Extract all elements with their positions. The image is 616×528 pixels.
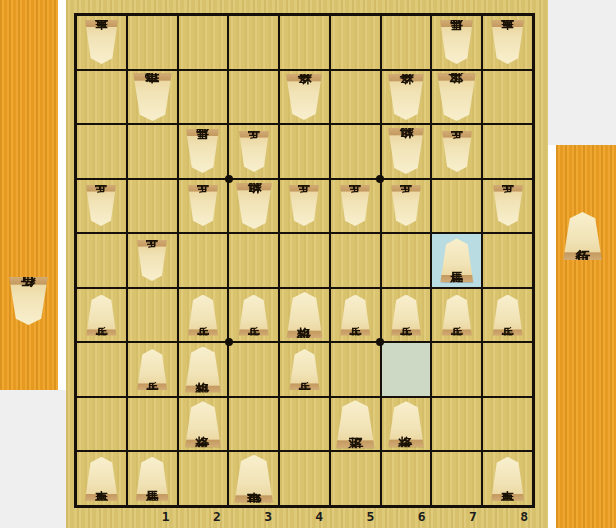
square-4五[interactable] [229, 234, 278, 287]
square-4八[interactable] [229, 71, 278, 124]
square-3七[interactable]: 桂馬 [179, 125, 228, 178]
piece-kanji: 桂馬 [450, 258, 463, 262]
piece-gote-kinsho[interactable]: 金将 [387, 401, 425, 447]
square-3三[interactable]: 銀将 [179, 343, 228, 396]
piece-sente-fuhyo[interactable]: 歩兵 [390, 185, 422, 226]
square-6三[interactable] [331, 343, 380, 396]
square-1五[interactable] [77, 234, 126, 287]
piece-sente-hisha[interactable]: 飛車 [132, 73, 173, 121]
square-7八[interactable]: 金将 [382, 71, 431, 124]
piece-kanji: 歩兵 [197, 204, 209, 208]
piece-kanji: 歩兵 [95, 313, 107, 317]
square-5六[interactable]: 歩兵 [280, 180, 329, 233]
square-4二[interactable] [229, 398, 278, 451]
piece-kanji: 歩兵 [349, 204, 361, 208]
square-3四[interactable]: 歩兵 [179, 289, 228, 342]
file-label: 1 [140, 506, 191, 526]
square-8五[interactable]: 桂馬 [432, 234, 481, 287]
square-6七[interactable] [331, 125, 380, 178]
piece-gote-fuhyo[interactable]: 歩兵 [187, 295, 219, 336]
piece-kanji: 角行 [21, 299, 36, 303]
square-7三[interactable] [382, 343, 431, 396]
piece-kanji: 歩兵 [502, 313, 514, 317]
square-8二[interactable] [432, 398, 481, 451]
file-label: 2 [191, 506, 242, 526]
piece-kanji: 金将 [196, 422, 210, 426]
square-9四[interactable]: 歩兵 [483, 289, 532, 342]
piece-kanji: 飛車 [145, 95, 160, 99]
piece-kanji: 歩兵 [400, 313, 412, 317]
piece-kanji: 歩兵 [248, 149, 260, 153]
piece-sente-kinsho[interactable]: 金将 [387, 74, 425, 120]
square-4七[interactable]: 歩兵 [229, 125, 278, 178]
piece-kanji: 歩兵 [146, 258, 158, 262]
piece-kanji: 銀将 [399, 149, 413, 153]
square-9五[interactable] [483, 234, 532, 287]
piece-kanji: 桂馬 [450, 40, 463, 44]
piece-kanji: 銀将 [297, 313, 311, 317]
piece-sente-fuhyo[interactable]: 歩兵 [339, 185, 371, 226]
piece-kanji: 歩兵 [451, 313, 463, 317]
piece-gote-fuhyo[interactable]: 歩兵 [441, 295, 473, 336]
square-1二[interactable] [77, 398, 126, 451]
square-1九[interactable]: 香車 [77, 16, 126, 69]
square-5五[interactable] [280, 234, 329, 287]
piece-kanji: 王将 [348, 422, 363, 426]
piece-gote-fuhyo[interactable]: 歩兵 [238, 295, 270, 336]
square-2九[interactable] [128, 16, 177, 69]
piece-kanji: 銀将 [196, 368, 210, 372]
file-labels: 123456789 [140, 506, 601, 526]
square-2一[interactable]: 桂馬 [128, 452, 177, 505]
square-2五[interactable]: 歩兵 [128, 234, 177, 287]
piece-kanji: 香車 [95, 477, 108, 481]
square-6四[interactable]: 歩兵 [331, 289, 380, 342]
piece-sente-fuhyo[interactable]: 歩兵 [238, 131, 270, 172]
square-1三[interactable] [77, 343, 126, 396]
piece-gote-fuhyo[interactable]: 歩兵 [390, 295, 422, 336]
piece-kanji: 歩兵 [349, 313, 361, 317]
piece-kanji: 飛車 [246, 477, 261, 481]
piece-sente-fuhyo[interactable]: 歩兵 [288, 185, 320, 226]
square-6一[interactable] [331, 452, 380, 505]
square-2二[interactable] [128, 398, 177, 451]
piece-gote-fuhyo[interactable]: 歩兵 [288, 349, 320, 390]
square-9六[interactable]: 歩兵 [483, 180, 532, 233]
square-9二[interactable] [483, 398, 532, 451]
square-9三[interactable] [483, 343, 532, 396]
piece-gote-kinsho[interactable]: 金将 [184, 401, 222, 447]
piece-kanji: 金将 [399, 95, 413, 99]
square-6六[interactable]: 歩兵 [331, 180, 380, 233]
piece-gote-fuhyo[interactable]: 歩兵 [339, 295, 371, 336]
piece-gote-ginsho[interactable]: 銀将 [285, 292, 323, 338]
square-2三[interactable]: 歩兵 [128, 343, 177, 396]
square-8四[interactable]: 歩兵 [432, 289, 481, 342]
left-gap [58, 0, 66, 390]
file-label: 4 [294, 506, 345, 526]
piece-gote-keima[interactable]: 桂馬 [439, 238, 474, 282]
piece-kanji: 角行 [575, 234, 590, 238]
star-point-icon [376, 175, 384, 183]
square-6九[interactable] [331, 16, 380, 69]
piece-kanji: 香車 [501, 477, 514, 481]
square-8六[interactable] [432, 180, 481, 233]
square-2八[interactable]: 飛車 [128, 71, 177, 124]
square-4一[interactable]: 飛車 [229, 452, 278, 505]
piece-kanji: 金将 [297, 95, 311, 99]
square-6五[interactable] [331, 234, 380, 287]
piece-sente-fuhyo[interactable]: 歩兵 [85, 185, 117, 226]
piece-kanji: 歩兵 [197, 313, 209, 317]
square-1七[interactable] [77, 125, 126, 178]
sente-komadai [0, 0, 58, 390]
square-7一[interactable] [382, 452, 431, 505]
file-label: 6 [396, 506, 447, 526]
square-9一[interactable]: 香車 [483, 452, 532, 505]
square-5一[interactable] [280, 452, 329, 505]
piece-kanji: 香車 [95, 40, 108, 44]
piece-gote-kyosha[interactable]: 香車 [490, 457, 525, 501]
square-4九[interactable] [229, 16, 278, 69]
piece-gote-osho[interactable]: 王将 [335, 400, 376, 448]
square-5八[interactable]: 金将 [280, 71, 329, 124]
file-label: 8 [499, 506, 550, 526]
piece-sente-ginsho[interactable]: 銀将 [235, 183, 273, 229]
piece-kanji: 歩兵 [451, 149, 463, 153]
square-5三[interactable]: 歩兵 [280, 343, 329, 396]
shogi-app: 九八七六五四三二一 123456789 香車桂馬香車飛車金将金将玉将桂馬歩兵銀将… [0, 0, 616, 528]
square-5九[interactable] [280, 16, 329, 69]
piece-kanji: 歩兵 [248, 313, 260, 317]
square-2四[interactable] [128, 289, 177, 342]
piece-sente-fuhyo[interactable]: 歩兵 [136, 240, 168, 281]
piece-gote-fuhyo[interactable]: 歩兵 [492, 295, 524, 336]
square-1四[interactable]: 歩兵 [77, 289, 126, 342]
square-8三[interactable] [432, 343, 481, 396]
star-point-icon [225, 338, 233, 346]
piece-gote-ginsho[interactable]: 銀将 [184, 347, 222, 393]
board-grid: 香車桂馬香車飛車金将金将玉将桂馬歩兵銀将歩兵歩兵歩兵銀将歩兵歩兵歩兵歩兵歩兵桂馬… [74, 13, 535, 508]
square-1一[interactable]: 香車 [77, 452, 126, 505]
piece-kanji: 桂馬 [196, 149, 209, 153]
square-5四[interactable]: 銀将 [280, 289, 329, 342]
piece-gote-hisha[interactable]: 飛車 [233, 455, 274, 503]
square-1六[interactable]: 歩兵 [77, 180, 126, 233]
piece-sente-gyokusho[interactable]: 玉将 [436, 73, 477, 121]
square-9七[interactable] [483, 125, 532, 178]
piece-kanji: 歩兵 [298, 368, 310, 372]
square-2七[interactable] [128, 125, 177, 178]
square-4四[interactable]: 歩兵 [229, 289, 278, 342]
square-3二[interactable]: 金将 [179, 398, 228, 451]
square-4六[interactable]: 銀将 [229, 180, 278, 233]
square-8九[interactable]: 桂馬 [432, 16, 481, 69]
square-3八[interactable] [179, 71, 228, 124]
piece-kanji: 歩兵 [95, 204, 107, 208]
file-label: 3 [242, 506, 293, 526]
square-6八[interactable] [331, 71, 380, 124]
right-gap [548, 145, 556, 528]
square-3六[interactable]: 歩兵 [179, 180, 228, 233]
piece-sente-fuhyo[interactable]: 歩兵 [492, 185, 524, 226]
square-4三[interactable] [229, 343, 278, 396]
star-point-icon [376, 338, 384, 346]
piece-kanji: 金将 [399, 422, 413, 426]
piece-gote-kyosha[interactable]: 香車 [84, 457, 119, 501]
piece-kanji: 桂馬 [146, 477, 159, 481]
piece-gote-fuhyo[interactable]: 歩兵 [136, 349, 168, 390]
piece-sente-fuhyo[interactable]: 歩兵 [187, 185, 219, 226]
piece-sente-kyosha[interactable]: 香車 [490, 20, 525, 64]
square-2六[interactable] [128, 180, 177, 233]
square-8七[interactable]: 歩兵 [432, 125, 481, 178]
square-9八[interactable] [483, 71, 532, 124]
square-7七[interactable]: 銀将 [382, 125, 431, 178]
square-7五[interactable] [382, 234, 431, 287]
file-label: 5 [345, 506, 396, 526]
piece-sente-ginsho[interactable]: 銀将 [387, 128, 425, 174]
square-7九[interactable] [382, 16, 431, 69]
square-7六[interactable]: 歩兵 [382, 180, 431, 233]
piece-kanji: 歩兵 [502, 204, 514, 208]
square-5七[interactable] [280, 125, 329, 178]
piece-gote-keima[interactable]: 桂馬 [135, 457, 170, 501]
piece-sente-kinsho[interactable]: 金将 [285, 74, 323, 120]
piece-kanji: 香車 [501, 40, 514, 44]
piece-sente-fuhyo[interactable]: 歩兵 [441, 131, 473, 172]
piece-kanji: 銀将 [247, 204, 261, 208]
piece-kanji: 歩兵 [298, 204, 310, 208]
square-5二[interactable] [280, 398, 329, 451]
square-8一[interactable] [432, 452, 481, 505]
piece-kanji: 玉将 [449, 95, 464, 99]
square-9九[interactable]: 香車 [483, 16, 532, 69]
file-label: 7 [447, 506, 498, 526]
piece-sente-keima[interactable]: 桂馬 [185, 129, 220, 173]
star-point-icon [225, 175, 233, 183]
piece-kanji: 歩兵 [146, 368, 158, 372]
square-7四[interactable]: 歩兵 [382, 289, 431, 342]
square-8八[interactable]: 玉将 [432, 71, 481, 124]
piece-kanji: 歩兵 [400, 204, 412, 208]
piece-gote-fuhyo[interactable]: 歩兵 [85, 295, 117, 336]
gote-komadai [556, 145, 616, 528]
piece-sente-keima[interactable]: 桂馬 [439, 20, 474, 64]
square-3五[interactable] [179, 234, 228, 287]
square-6二[interactable]: 王将 [331, 398, 380, 451]
square-3一[interactable] [179, 452, 228, 505]
piece-sente-kyosha[interactable]: 香車 [84, 20, 119, 64]
square-3九[interactable] [179, 16, 228, 69]
square-7二[interactable]: 金将 [382, 398, 431, 451]
square-1八[interactable] [77, 71, 126, 124]
